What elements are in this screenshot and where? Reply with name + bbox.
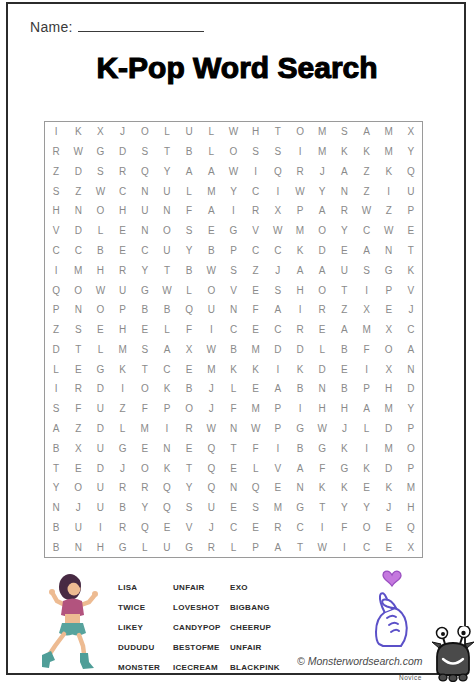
- grid-cell-r15c10[interactable]: M: [245, 399, 267, 419]
- grid-cell-r15c16[interactable]: M: [378, 399, 400, 419]
- grid-cell-r16c2[interactable]: Z: [67, 419, 89, 439]
- grid-cell-r8c9[interactable]: S: [222, 260, 244, 280]
- grid-cell-r2c8[interactable]: L: [200, 142, 222, 162]
- grid-cell-r12c16[interactable]: O: [378, 340, 400, 360]
- grid-cell-r18c9[interactable]: E: [222, 458, 244, 478]
- grid-cell-r8c14[interactable]: U: [333, 260, 355, 280]
- grid-cell-r22c14[interactable]: I: [333, 537, 355, 557]
- grid-cell-r6c3[interactable]: L: [89, 221, 111, 241]
- grid-cell-r17c9[interactable]: T: [222, 438, 244, 458]
- grid-cell-r19c4[interactable]: R: [112, 478, 134, 498]
- grid-cell-r7c16[interactable]: N: [378, 241, 400, 261]
- grid-cell-r1c1[interactable]: I: [45, 122, 67, 142]
- grid-cell-r6c1[interactable]: V: [45, 221, 67, 241]
- grid-cell-r19c12[interactable]: N: [289, 478, 311, 498]
- grid-cell-r8c15[interactable]: S: [355, 260, 377, 280]
- grid-cell-r5c1[interactable]: H: [45, 201, 67, 221]
- grid-cell-r16c3[interactable]: D: [89, 419, 111, 439]
- grid-cell-r21c5[interactable]: Q: [134, 517, 156, 537]
- grid-cell-r21c7[interactable]: V: [178, 517, 200, 537]
- grid-cell-r17c10[interactable]: F: [245, 438, 267, 458]
- grid-cell-r7c2[interactable]: C: [67, 241, 89, 261]
- grid-cell-r20c16[interactable]: J: [378, 498, 400, 518]
- grid-cell-r18c2[interactable]: E: [67, 458, 89, 478]
- grid-cell-r2c14[interactable]: K: [333, 142, 355, 162]
- grid-cell-r5c9[interactable]: I: [222, 201, 244, 221]
- grid-cell-r8c8[interactable]: W: [200, 260, 222, 280]
- grid-cell-r5c15[interactable]: W: [355, 201, 377, 221]
- grid-cell-r20c3[interactable]: U: [89, 498, 111, 518]
- grid-cell-r13c11[interactable]: I: [267, 359, 289, 379]
- grid-cell-r17c15[interactable]: I: [355, 438, 377, 458]
- grid-cell-r3c2[interactable]: D: [67, 162, 89, 182]
- grid-cell-r12c9[interactable]: B: [222, 340, 244, 360]
- grid-cell-r9c9[interactable]: V: [222, 280, 244, 300]
- grid-cell-r12c13[interactable]: L: [311, 340, 333, 360]
- grid-cell-r17c16[interactable]: M: [378, 438, 400, 458]
- grid-cell-r4c10[interactable]: C: [245, 181, 267, 201]
- grid-cell-r5c12[interactable]: P: [289, 201, 311, 221]
- grid-cell-r21c12[interactable]: C: [289, 517, 311, 537]
- grid-cell-r12c6[interactable]: A: [156, 340, 178, 360]
- grid-cell-r16c11[interactable]: P: [267, 419, 289, 439]
- grid-cell-r12c11[interactable]: D: [267, 340, 289, 360]
- grid-cell-r8c6[interactable]: T: [156, 260, 178, 280]
- grid-cell-r4c14[interactable]: N: [333, 181, 355, 201]
- grid-cell-r11c5[interactable]: E: [134, 320, 156, 340]
- grid-cell-r3c7[interactable]: A: [178, 162, 200, 182]
- grid-cell-r15c11[interactable]: P: [267, 399, 289, 419]
- grid-cell-r11c6[interactable]: L: [156, 320, 178, 340]
- grid-cell-r12c2[interactable]: T: [67, 340, 89, 360]
- grid-cell-r20c2[interactable]: J: [67, 498, 89, 518]
- grid-cell-r11c12[interactable]: R: [289, 320, 311, 340]
- grid-cell-r22c1[interactable]: B: [45, 537, 67, 557]
- grid-cell-r7c11[interactable]: C: [267, 241, 289, 261]
- grid-cell-r13c12[interactable]: K: [289, 359, 311, 379]
- grid-cell-r13c13[interactable]: D: [311, 359, 333, 379]
- grid-cell-r16c13[interactable]: W: [311, 419, 333, 439]
- grid-cell-r6c11[interactable]: W: [267, 221, 289, 241]
- grid-cell-r19c6[interactable]: Q: [156, 478, 178, 498]
- grid-cell-r17c5[interactable]: E: [134, 438, 156, 458]
- grid-cell-r9c12[interactable]: H: [289, 280, 311, 300]
- grid-cell-r2c5[interactable]: S: [134, 142, 156, 162]
- grid-cell-r5c7[interactable]: F: [178, 201, 200, 221]
- grid-cell-r20c12[interactable]: G: [289, 498, 311, 518]
- grid-cell-r6c6[interactable]: O: [156, 221, 178, 241]
- grid-cell-r1c8[interactable]: L: [200, 122, 222, 142]
- grid-cell-r19c1[interactable]: Y: [45, 478, 67, 498]
- grid-cell-r1c7[interactable]: U: [178, 122, 200, 142]
- grid-cell-r18c12[interactable]: A: [289, 458, 311, 478]
- grid-cell-r11c7[interactable]: F: [178, 320, 200, 340]
- name-input-line[interactable]: [78, 19, 204, 32]
- grid-cell-r22c7[interactable]: G: [178, 537, 200, 557]
- grid-cell-r7c12[interactable]: K: [289, 241, 311, 261]
- grid-cell-r4c9[interactable]: Y: [222, 181, 244, 201]
- grid-cell-r6c4[interactable]: E: [112, 221, 134, 241]
- grid-cell-r22c6[interactable]: U: [156, 537, 178, 557]
- grid-cell-r21c3[interactable]: I: [89, 517, 111, 537]
- grid-cell-r6c7[interactable]: S: [178, 221, 200, 241]
- grid-cell-r9c7[interactable]: L: [178, 280, 200, 300]
- grid-cell-r1c16[interactable]: M: [378, 122, 400, 142]
- grid-cell-r11c16[interactable]: X: [378, 320, 400, 340]
- grid-cell-r22c3[interactable]: H: [89, 537, 111, 557]
- grid-cell-r4c5[interactable]: N: [134, 181, 156, 201]
- grid-cell-r14c2[interactable]: R: [67, 379, 89, 399]
- grid-cell-r13c7[interactable]: E: [178, 359, 200, 379]
- grid-cell-r8c2[interactable]: M: [67, 260, 89, 280]
- grid-cell-r20c13[interactable]: T: [311, 498, 333, 518]
- grid-cell-r17c8[interactable]: Q: [200, 438, 222, 458]
- grid-cell-r4c16[interactable]: I: [378, 181, 400, 201]
- grid-cell-r15c4[interactable]: Z: [112, 399, 134, 419]
- grid-cell-r3c12[interactable]: R: [289, 162, 311, 182]
- grid-cell-r9c11[interactable]: S: [267, 280, 289, 300]
- grid-cell-r10c1[interactable]: P: [45, 300, 67, 320]
- grid-cell-r13c9[interactable]: K: [222, 359, 244, 379]
- grid-cell-r18c10[interactable]: L: [245, 458, 267, 478]
- grid-cell-r6c9[interactable]: G: [222, 221, 244, 241]
- grid-cell-r17c3[interactable]: U: [89, 438, 111, 458]
- grid-cell-r15c13[interactable]: H: [311, 399, 333, 419]
- grid-cell-r19c9[interactable]: N: [222, 478, 244, 498]
- grid-cell-r19c17[interactable]: M: [400, 478, 422, 498]
- grid-cell-r18c1[interactable]: T: [45, 458, 67, 478]
- grid-cell-r1c12[interactable]: O: [289, 122, 311, 142]
- grid-cell-r14c15[interactable]: P: [355, 379, 377, 399]
- grid-cell-r9c17[interactable]: V: [400, 280, 422, 300]
- grid-cell-r12c17[interactable]: A: [400, 340, 422, 360]
- grid-cell-r22c8[interactable]: R: [200, 537, 222, 557]
- grid-cell-r18c8[interactable]: Q: [200, 458, 222, 478]
- grid-cell-r1c11[interactable]: T: [267, 122, 289, 142]
- grid-cell-r21c13[interactable]: I: [311, 517, 333, 537]
- grid-cell-r8c13[interactable]: A: [311, 260, 333, 280]
- grid-cell-r19c8[interactable]: Q: [200, 478, 222, 498]
- grid-cell-r11c15[interactable]: M: [355, 320, 377, 340]
- grid-cell-r1c13[interactable]: M: [311, 122, 333, 142]
- grid-cell-r19c13[interactable]: K: [311, 478, 333, 498]
- grid-cell-r7c5[interactable]: C: [134, 241, 156, 261]
- grid-cell-r6c14[interactable]: Y: [333, 221, 355, 241]
- grid-cell-r12c1[interactable]: D: [45, 340, 67, 360]
- grid-cell-r12c4[interactable]: M: [112, 340, 134, 360]
- grid-cell-r9c13[interactable]: O: [311, 280, 333, 300]
- grid-cell-r16c10[interactable]: W: [245, 419, 267, 439]
- grid-cell-r7c1[interactable]: C: [45, 241, 67, 261]
- grid-cell-r22c15[interactable]: C: [355, 537, 377, 557]
- grid-cell-r22c5[interactable]: L: [134, 537, 156, 557]
- grid-cell-r13c3[interactable]: G: [89, 359, 111, 379]
- grid-cell-r5c13[interactable]: A: [311, 201, 333, 221]
- grid-cell-r22c2[interactable]: N: [67, 537, 89, 557]
- grid-cell-r14c4[interactable]: I: [112, 379, 134, 399]
- grid-cell-r21c14[interactable]: F: [333, 517, 355, 537]
- grid-cell-r15c15[interactable]: A: [355, 399, 377, 419]
- grid-cell-r10c2[interactable]: N: [67, 300, 89, 320]
- grid-cell-r19c3[interactable]: U: [89, 478, 111, 498]
- grid-cell-r20c4[interactable]: B: [112, 498, 134, 518]
- grid-cell-r6c17[interactable]: E: [400, 221, 422, 241]
- grid-cell-r17c17[interactable]: O: [400, 438, 422, 458]
- grid-cell-r19c16[interactable]: K: [378, 478, 400, 498]
- grid-cell-r3c10[interactable]: I: [245, 162, 267, 182]
- grid-cell-r20c1[interactable]: N: [45, 498, 67, 518]
- grid-cell-r12c15[interactable]: F: [355, 340, 377, 360]
- grid-cell-r9c8[interactable]: O: [200, 280, 222, 300]
- grid-cell-r9c15[interactable]: I: [355, 280, 377, 300]
- grid-cell-r10c17[interactable]: J: [400, 300, 422, 320]
- grid-cell-r13c5[interactable]: T: [134, 359, 156, 379]
- grid-cell-r17c13[interactable]: G: [311, 438, 333, 458]
- grid-cell-r5c3[interactable]: O: [89, 201, 111, 221]
- grid-cell-r11c4[interactable]: H: [112, 320, 134, 340]
- grid-cell-r14c10[interactable]: E: [245, 379, 267, 399]
- grid-cell-r21c1[interactable]: B: [45, 517, 67, 537]
- grid-cell-r2c12[interactable]: I: [289, 142, 311, 162]
- grid-cell-r14c8[interactable]: J: [200, 379, 222, 399]
- grid-cell-r2c17[interactable]: Y: [400, 142, 422, 162]
- grid-cell-r13c10[interactable]: K: [245, 359, 267, 379]
- grid-cell-r8c11[interactable]: J: [267, 260, 289, 280]
- grid-cell-r4c6[interactable]: U: [156, 181, 178, 201]
- grid-cell-r22c13[interactable]: W: [311, 537, 333, 557]
- grid-cell-r13c8[interactable]: M: [200, 359, 222, 379]
- grid-cell-r1c14[interactable]: S: [333, 122, 355, 142]
- grid-cell-r5c4[interactable]: H: [112, 201, 134, 221]
- grid-cell-r18c14[interactable]: G: [333, 458, 355, 478]
- grid-cell-r3c14[interactable]: A: [333, 162, 355, 182]
- grid-cell-r21c10[interactable]: E: [245, 517, 267, 537]
- grid-cell-r10c10[interactable]: F: [245, 300, 267, 320]
- grid-cell-r16c16[interactable]: D: [378, 419, 400, 439]
- grid-cell-r14c6[interactable]: K: [156, 379, 178, 399]
- grid-cell-r11c1[interactable]: Z: [45, 320, 67, 340]
- grid-cell-r22c11[interactable]: A: [267, 537, 289, 557]
- grid-cell-r16c5[interactable]: M: [134, 419, 156, 439]
- grid-cell-r5c11[interactable]: X: [267, 201, 289, 221]
- grid-cell-r16c9[interactable]: N: [222, 419, 244, 439]
- grid-cell-r14c5[interactable]: O: [134, 379, 156, 399]
- grid-cell-r21c6[interactable]: E: [156, 517, 178, 537]
- grid-cell-r15c7[interactable]: O: [178, 399, 200, 419]
- grid-cell-r22c16[interactable]: E: [378, 537, 400, 557]
- grid-cell-r12c7[interactable]: X: [178, 340, 200, 360]
- grid-cell-r7c15[interactable]: A: [355, 241, 377, 261]
- grid-cell-r1c5[interactable]: O: [134, 122, 156, 142]
- grid-cell-r16c17[interactable]: P: [400, 419, 422, 439]
- grid-cell-r16c15[interactable]: L: [355, 419, 377, 439]
- grid-cell-r4c15[interactable]: Z: [355, 181, 377, 201]
- grid-cell-r19c7[interactable]: Y: [178, 478, 200, 498]
- grid-cell-r2c16[interactable]: M: [378, 142, 400, 162]
- grid-cell-r15c12[interactable]: I: [289, 399, 311, 419]
- grid-cell-r11c14[interactable]: A: [333, 320, 355, 340]
- grid-cell-r2c1[interactable]: R: [45, 142, 67, 162]
- grid-cell-r20c17[interactable]: H: [400, 498, 422, 518]
- grid-cell-r13c4[interactable]: K: [112, 359, 134, 379]
- grid-cell-r20c15[interactable]: Y: [355, 498, 377, 518]
- grid-cell-r5c8[interactable]: A: [200, 201, 222, 221]
- grid-cell-r13c2[interactable]: E: [67, 359, 89, 379]
- grid-cell-r18c3[interactable]: D: [89, 458, 111, 478]
- grid-cell-r21c11[interactable]: R: [267, 517, 289, 537]
- grid-cell-r6c12[interactable]: M: [289, 221, 311, 241]
- grid-cell-r20c11[interactable]: M: [267, 498, 289, 518]
- grid-cell-r16c12[interactable]: G: [289, 419, 311, 439]
- grid-cell-r16c6[interactable]: I: [156, 419, 178, 439]
- grid-cell-r7c6[interactable]: U: [156, 241, 178, 261]
- grid-cell-r1c6[interactable]: L: [156, 122, 178, 142]
- grid-cell-r4c11[interactable]: I: [267, 181, 289, 201]
- grid-cell-r11c17[interactable]: C: [400, 320, 422, 340]
- grid-cell-r7c10[interactable]: C: [245, 241, 267, 261]
- grid-cell-r13c16[interactable]: X: [378, 359, 400, 379]
- grid-cell-r15c6[interactable]: P: [156, 399, 178, 419]
- grid-cell-r6c15[interactable]: C: [355, 221, 377, 241]
- grid-cell-r4c8[interactable]: M: [200, 181, 222, 201]
- grid-cell-r7c13[interactable]: D: [311, 241, 333, 261]
- grid-cell-r6c2[interactable]: D: [67, 221, 89, 241]
- grid-cell-r7c8[interactable]: B: [200, 241, 222, 261]
- grid-cell-r20c14[interactable]: Y: [333, 498, 355, 518]
- grid-cell-r7c4[interactable]: E: [112, 241, 134, 261]
- grid-cell-r14c16[interactable]: H: [378, 379, 400, 399]
- grid-cell-r7c9[interactable]: P: [222, 241, 244, 261]
- grid-cell-r3c17[interactable]: Q: [400, 162, 422, 182]
- grid-cell-r18c7[interactable]: T: [178, 458, 200, 478]
- grid-cell-r22c12[interactable]: T: [289, 537, 311, 557]
- grid-cell-r13c14[interactable]: E: [333, 359, 355, 379]
- grid-cell-r3c6[interactable]: Y: [156, 162, 178, 182]
- grid-cell-r15c5[interactable]: F: [134, 399, 156, 419]
- grid-cell-r12c8[interactable]: W: [200, 340, 222, 360]
- grid-cell-r17c12[interactable]: B: [289, 438, 311, 458]
- grid-cell-r2c13[interactable]: M: [311, 142, 333, 162]
- grid-cell-r11c11[interactable]: C: [267, 320, 289, 340]
- grid-cell-r11c8[interactable]: I: [200, 320, 222, 340]
- grid-cell-r2c9[interactable]: O: [222, 142, 244, 162]
- grid-cell-r19c2[interactable]: O: [67, 478, 89, 498]
- grid-cell-r3c15[interactable]: Z: [355, 162, 377, 182]
- grid-cell-r1c2[interactable]: K: [67, 122, 89, 142]
- grid-cell-r21c16[interactable]: E: [378, 517, 400, 537]
- grid-cell-r10c7[interactable]: Q: [178, 300, 200, 320]
- grid-cell-r10c11[interactable]: A: [267, 300, 289, 320]
- grid-cell-r14c17[interactable]: D: [400, 379, 422, 399]
- grid-cell-r5c17[interactable]: P: [400, 201, 422, 221]
- grid-cell-r18c11[interactable]: V: [267, 458, 289, 478]
- grid-cell-r4c12[interactable]: W: [289, 181, 311, 201]
- grid-cell-r7c3[interactable]: B: [89, 241, 111, 261]
- grid-cell-r4c4[interactable]: C: [112, 181, 134, 201]
- grid-cell-r9c6[interactable]: W: [156, 280, 178, 300]
- grid-cell-r5c16[interactable]: Z: [378, 201, 400, 221]
- grid-cell-r19c10[interactable]: Q: [245, 478, 267, 498]
- grid-cell-r16c14[interactable]: J: [333, 419, 355, 439]
- grid-cell-r13c1[interactable]: L: [45, 359, 67, 379]
- grid-cell-r6c10[interactable]: V: [245, 221, 267, 241]
- grid-cell-r15c3[interactable]: U: [89, 399, 111, 419]
- grid-cell-r11c13[interactable]: E: [311, 320, 333, 340]
- grid-cell-r2c6[interactable]: T: [156, 142, 178, 162]
- grid-cell-r2c11[interactable]: S: [267, 142, 289, 162]
- grid-cell-r6c16[interactable]: W: [378, 221, 400, 241]
- grid-cell-r10c14[interactable]: Z: [333, 300, 355, 320]
- grid-cell-r20c8[interactable]: U: [200, 498, 222, 518]
- grid-cell-r21c15[interactable]: O: [355, 517, 377, 537]
- grid-cell-r8c7[interactable]: B: [178, 260, 200, 280]
- grid-cell-r1c17[interactable]: X: [400, 122, 422, 142]
- grid-cell-r11c9[interactable]: C: [222, 320, 244, 340]
- grid-cell-r14c12[interactable]: B: [289, 379, 311, 399]
- grid-cell-r9c16[interactable]: P: [378, 280, 400, 300]
- grid-cell-r10c15[interactable]: X: [355, 300, 377, 320]
- grid-cell-r1c9[interactable]: W: [222, 122, 244, 142]
- grid-cell-r3c13[interactable]: J: [311, 162, 333, 182]
- grid-cell-r17c1[interactable]: B: [45, 438, 67, 458]
- grid-cell-r17c2[interactable]: X: [67, 438, 89, 458]
- grid-cell-r18c13[interactable]: F: [311, 458, 333, 478]
- grid-cell-r10c8[interactable]: U: [200, 300, 222, 320]
- grid-cell-r10c6[interactable]: B: [156, 300, 178, 320]
- grid-cell-r16c4[interactable]: L: [112, 419, 134, 439]
- grid-cell-r12c5[interactable]: S: [134, 340, 156, 360]
- grid-cell-r14c13[interactable]: N: [311, 379, 333, 399]
- grid-cell-r19c5[interactable]: R: [134, 478, 156, 498]
- grid-cell-r11c2[interactable]: S: [67, 320, 89, 340]
- grid-cell-r2c7[interactable]: B: [178, 142, 200, 162]
- grid-cell-r6c8[interactable]: E: [200, 221, 222, 241]
- grid-cell-r5c14[interactable]: R: [333, 201, 355, 221]
- grid-cell-r13c6[interactable]: C: [156, 359, 178, 379]
- grid-cell-r9c14[interactable]: T: [333, 280, 355, 300]
- grid-cell-r18c16[interactable]: D: [378, 458, 400, 478]
- grid-cell-r8c5[interactable]: Y: [134, 260, 156, 280]
- grid-cell-r8c12[interactable]: A: [289, 260, 311, 280]
- grid-cell-r18c6[interactable]: K: [156, 458, 178, 478]
- grid-cell-r8c4[interactable]: R: [112, 260, 134, 280]
- grid-cell-r22c4[interactable]: G: [112, 537, 134, 557]
- grid-cell-r5c10[interactable]: R: [245, 201, 267, 221]
- grid-cell-r9c10[interactable]: E: [245, 280, 267, 300]
- grid-cell-r4c3[interactable]: W: [89, 181, 111, 201]
- grid-cell-r18c5[interactable]: O: [134, 458, 156, 478]
- grid-cell-r16c8[interactable]: W: [200, 419, 222, 439]
- grid-cell-r3c16[interactable]: K: [378, 162, 400, 182]
- grid-cell-r17c4[interactable]: G: [112, 438, 134, 458]
- grid-cell-r21c17[interactable]: Q: [400, 517, 422, 537]
- grid-cell-r8c1[interactable]: I: [45, 260, 67, 280]
- grid-cell-r10c9[interactable]: N: [222, 300, 244, 320]
- grid-cell-r12c12[interactable]: D: [289, 340, 311, 360]
- grid-cell-r2c15[interactable]: K: [355, 142, 377, 162]
- grid-cell-r9c4[interactable]: U: [112, 280, 134, 300]
- grid-cell-r22c10[interactable]: P: [245, 537, 267, 557]
- grid-cell-r21c8[interactable]: J: [200, 517, 222, 537]
- grid-cell-r5c5[interactable]: U: [134, 201, 156, 221]
- grid-cell-r3c3[interactable]: S: [89, 162, 111, 182]
- grid-cell-r1c3[interactable]: X: [89, 122, 111, 142]
- grid-cell-r15c9[interactable]: F: [222, 399, 244, 419]
- grid-cell-r22c9[interactable]: L: [222, 537, 244, 557]
- grid-cell-r14c14[interactable]: B: [333, 379, 355, 399]
- grid-cell-r11c10[interactable]: E: [245, 320, 267, 340]
- grid-cell-r3c5[interactable]: Q: [134, 162, 156, 182]
